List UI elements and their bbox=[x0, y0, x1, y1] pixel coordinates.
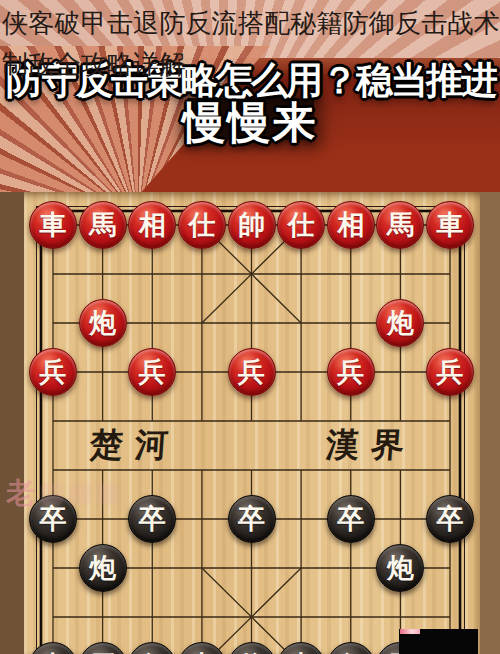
piece-black-soldier: 卒 bbox=[327, 495, 375, 543]
watermark-smudge bbox=[41, 483, 63, 505]
banner-text-line2: 慢慢来 bbox=[0, 94, 500, 152]
progress-bar bbox=[400, 629, 420, 634]
piece-black-soldier: 卒 bbox=[426, 495, 474, 543]
article-title-line1: 侠客破甲击退防反流搭配秘籍防御反击战术 bbox=[2, 6, 500, 41]
piece-black-advisor: 士 bbox=[277, 642, 325, 654]
piece-red-horse: 馬 bbox=[79, 201, 127, 249]
piece-black-cannon: 炮 bbox=[376, 544, 424, 592]
piece-black-chariot: 車 bbox=[29, 642, 77, 654]
piece-red-elephant: 相 bbox=[327, 201, 375, 249]
hero-header: 防守反击策略怎么用？稳当推进 慢慢来 侠客破甲击退防反流搭配秘籍防御反击战术 制… bbox=[0, 0, 500, 192]
watermark-smudge bbox=[97, 483, 119, 505]
watermark-smudge bbox=[69, 483, 91, 505]
piece-red-soldier: 兵 bbox=[426, 348, 474, 396]
piece-black-soldier: 卒 bbox=[128, 495, 176, 543]
xiangqi-board-area: 楚河 漢界 車馬相仕帥仕相馬車炮炮兵兵兵兵兵卒卒卒卒卒炮炮車馬象士將士象馬車 老 bbox=[0, 192, 500, 654]
piece-red-chariot: 車 bbox=[426, 201, 474, 249]
piece-red-soldier: 兵 bbox=[29, 348, 77, 396]
piece-red-advisor: 仕 bbox=[178, 201, 226, 249]
piece-red-chariot: 車 bbox=[29, 201, 77, 249]
river-label-han-jie: 漢界 bbox=[324, 423, 417, 467]
watermark: 老 bbox=[6, 474, 119, 514]
piece-red-soldier: 兵 bbox=[327, 348, 375, 396]
piece-black-horse: 馬 bbox=[79, 642, 127, 654]
piece-black-elephant: 象 bbox=[128, 642, 176, 654]
piece-red-elephant: 相 bbox=[128, 201, 176, 249]
piece-black-advisor: 士 bbox=[178, 642, 226, 654]
river-label-chu-he: 楚河 bbox=[88, 423, 181, 467]
piece-black-cannon: 炮 bbox=[79, 544, 127, 592]
piece-red-general: 帥 bbox=[228, 201, 276, 249]
watermark-text: 老 bbox=[6, 474, 35, 514]
piece-black-general: 將 bbox=[228, 642, 276, 654]
article-title-line2: 制敌全攻略详解 bbox=[2, 47, 500, 82]
piece-red-horse: 馬 bbox=[376, 201, 424, 249]
overlay-black-box bbox=[399, 629, 478, 654]
piece-black-soldier: 卒 bbox=[228, 495, 276, 543]
piece-red-soldier: 兵 bbox=[128, 348, 176, 396]
xiangqi-board: 楚河 漢界 車馬相仕帥仕相馬車炮炮兵兵兵兵兵卒卒卒卒卒炮炮車馬象士將士象馬車 bbox=[24, 192, 480, 654]
piece-red-soldier: 兵 bbox=[228, 348, 276, 396]
piece-black-elephant: 象 bbox=[327, 642, 375, 654]
piece-red-advisor: 仕 bbox=[277, 201, 325, 249]
piece-red-cannon: 炮 bbox=[376, 299, 424, 347]
piece-red-cannon: 炮 bbox=[79, 299, 127, 347]
